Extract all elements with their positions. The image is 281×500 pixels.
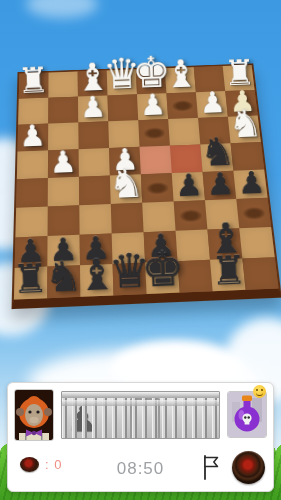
square-h3[interactable]: ♞	[227, 116, 260, 144]
piece-black-p-g5[interactable]: ♟	[205, 169, 233, 200]
square-d5[interactable]: ♞	[109, 174, 141, 204]
square-g1[interactable]	[193, 66, 224, 92]
piece-black-p-h5[interactable]: ♟	[237, 167, 265, 198]
square-e3[interactable]	[138, 119, 170, 147]
square-d1[interactable]: ♛	[106, 69, 136, 95]
square-g8[interactable]: ♜	[210, 259, 246, 292]
piece-white-p-e2[interactable]: ♟	[139, 90, 166, 120]
jail-rail	[62, 400, 219, 406]
piece-white-r-h1[interactable]: ♜	[222, 55, 255, 91]
score-text: : 0	[45, 457, 62, 472]
piece-white-n-d5[interactable]: ♞	[107, 163, 144, 204]
square-b5[interactable]	[47, 177, 79, 207]
square-f5[interactable]: ♟	[171, 172, 204, 202]
square-f3[interactable]	[168, 118, 200, 146]
square-a2[interactable]	[18, 98, 48, 125]
piece-white-p-g2[interactable]: ♟	[198, 88, 225, 118]
piece-black-r-a8[interactable]: ♜	[11, 259, 48, 300]
piece-white-q-d1[interactable]: ♛	[101, 52, 140, 95]
square-d2[interactable]	[107, 94, 138, 121]
piece-white-p-b4[interactable]: ♟	[48, 147, 76, 178]
square-f2[interactable]	[166, 92, 198, 119]
jail-bars	[62, 392, 219, 438]
piece-white-k-e1[interactable]: ♚	[130, 50, 170, 94]
piece-white-p-h2[interactable]: ♟	[228, 87, 255, 117]
players-row: ♟	[14, 389, 267, 441]
piece-white-n-h3[interactable]: ♞	[227, 104, 263, 143]
piece-white-b-f1[interactable]: ♝	[162, 54, 198, 93]
poison-bottle-avatar-image	[228, 392, 266, 437]
score-counter: : 0	[20, 457, 62, 472]
square-a5[interactable]	[16, 178, 48, 208]
square-f6[interactable]	[173, 200, 207, 231]
square-b8[interactable]: ♞	[47, 265, 80, 298]
piece-black-k-e8[interactable]: ♚	[139, 244, 184, 294]
monkey-avatar-image	[15, 390, 53, 440]
square-e2[interactable]: ♟	[136, 93, 167, 120]
square-b2[interactable]	[48, 97, 78, 124]
square-e8[interactable]: ♚	[145, 261, 180, 294]
square-a3[interactable]: ♟	[17, 124, 48, 152]
piece-white-p-c2[interactable]: ♟	[79, 92, 106, 122]
player-avatar-left	[14, 389, 54, 441]
cloud	[26, 0, 98, 18]
square-c2[interactable]: ♟	[77, 95, 107, 122]
game-timer: 08:50	[117, 459, 165, 479]
square-h8[interactable]	[242, 257, 278, 290]
square-a4[interactable]	[16, 150, 47, 179]
square-e4[interactable]	[139, 146, 171, 175]
bottom-panel: ♟	[7, 382, 274, 492]
right-controls	[200, 451, 265, 484]
player-avatar-right	[227, 391, 267, 438]
flag-icon	[200, 454, 222, 482]
jail-rail	[62, 392, 219, 398]
resign-flag-button[interactable]	[200, 454, 222, 482]
shot-counter-icon	[20, 457, 39, 472]
piece-black-r-g8[interactable]: ♜	[209, 250, 246, 291]
square-a1[interactable]: ♜	[18, 73, 48, 99]
square-g2[interactable]: ♟	[195, 91, 227, 118]
square-g5[interactable]: ♟	[202, 171, 236, 201]
captured-pieces-jail: ♟	[61, 391, 220, 439]
controls-row: : 0 08:50	[8, 447, 273, 491]
piece-white-r-a1[interactable]: ♜	[16, 62, 49, 98]
square-e1[interactable]: ♚	[135, 68, 166, 94]
app-screen: ♜♝♛♚♝♜♟♟♟♟♟♞♟♟♞♞♟♟♟♟♟♟♟♝♜♞♝♛♚♜	[0, 0, 281, 500]
square-c1[interactable]: ♝	[77, 70, 107, 96]
square-g3[interactable]	[198, 117, 231, 145]
board-area: ♜♝♛♚♝♜♟♟♟♟♟♞♟♟♞♞♟♟♟♟♟♟♟♝♜♞♝♛♚♜	[15, 48, 267, 300]
square-a8[interactable]: ♜	[13, 267, 46, 300]
shoot-action-button[interactable]	[232, 451, 265, 484]
square-b1[interactable]	[48, 71, 78, 97]
square-h2[interactable]: ♟	[225, 90, 257, 117]
square-h5[interactable]: ♟	[233, 169, 267, 199]
square-c3[interactable]	[78, 121, 109, 149]
smiley-emoji-icon	[253, 385, 266, 398]
square-f1[interactable]: ♝	[164, 67, 195, 93]
chess-board[interactable]: ♜♝♛♚♝♜♟♟♟♟♟♞♟♟♞♞♟♟♟♟♟♟♟♝♜♞♝♛♚♜	[11, 63, 281, 309]
square-c4[interactable]	[78, 148, 109, 177]
square-e5[interactable]	[140, 173, 173, 203]
square-d6[interactable]	[110, 203, 143, 234]
piece-white-p-a3[interactable]: ♟	[18, 121, 46, 152]
square-b4[interactable]: ♟	[47, 149, 78, 178]
piece-white-b-c1[interactable]: ♝	[74, 57, 110, 96]
piece-black-p-f5[interactable]: ♟	[174, 170, 202, 201]
square-d3[interactable]	[108, 120, 139, 148]
square-c5[interactable]	[78, 176, 110, 206]
square-h1[interactable]: ♜	[222, 65, 254, 91]
